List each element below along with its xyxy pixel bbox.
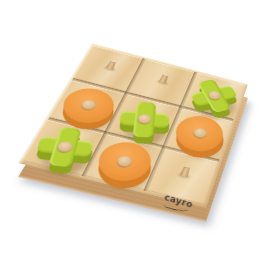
piece-cross-x	[27, 122, 100, 172]
product-photo-scene: cayro	[0, 0, 280, 280]
piece-cross-x	[112, 97, 176, 143]
piece-cross-x	[186, 75, 242, 117]
